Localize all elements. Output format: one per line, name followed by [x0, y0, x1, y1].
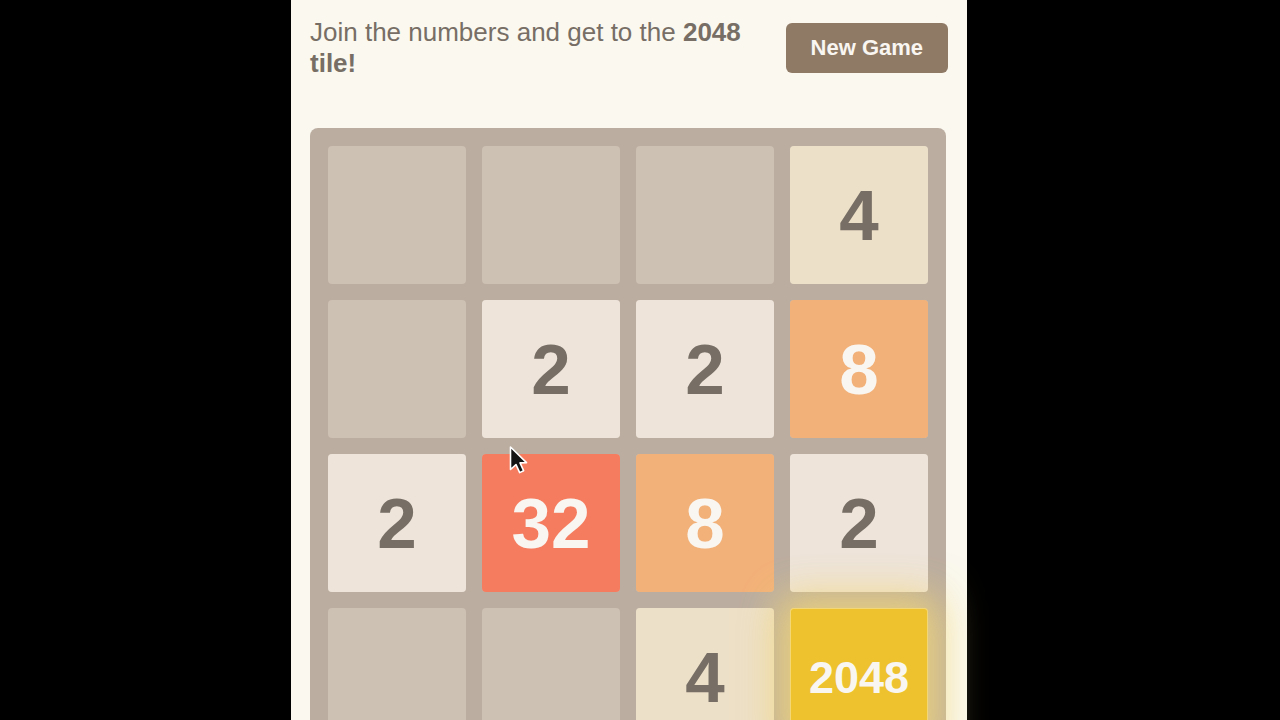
tile-8: 8	[636, 454, 774, 592]
tile-32: 32	[482, 454, 620, 592]
board-cell: 8	[790, 300, 928, 438]
board-cell: 2	[636, 300, 774, 438]
game-board: 42282328242048	[310, 128, 946, 720]
tile-2: 2	[328, 454, 466, 592]
mouse-cursor	[509, 446, 533, 478]
board-cell: 2	[482, 300, 620, 438]
board-cell: 2	[790, 454, 928, 592]
board-cell	[328, 300, 466, 438]
board-cell	[482, 608, 620, 720]
board-cell: 2	[328, 454, 466, 592]
tile-4: 4	[790, 146, 928, 284]
tagline: Join the numbers and get to the 2048 til…	[310, 17, 786, 79]
board-cell	[636, 146, 774, 284]
board-cell: 32	[482, 454, 620, 592]
board-cell: 4	[636, 608, 774, 720]
tagline-text: Join the numbers and get to the	[310, 17, 683, 47]
tile-2: 2	[482, 300, 620, 438]
tile-8: 8	[790, 300, 928, 438]
page-header: Join the numbers and get to the 2048 til…	[310, 23, 948, 73]
board-cell: 8	[636, 454, 774, 592]
board-cell	[328, 608, 466, 720]
new-game-button[interactable]: New Game	[786, 23, 948, 73]
video-letterbox-stage: Join the numbers and get to the 2048 til…	[0, 0, 1280, 720]
tile-2048: 2048	[790, 608, 928, 720]
board-cell: 4	[790, 146, 928, 284]
tile-4: 4	[636, 608, 774, 720]
game-page: Join the numbers and get to the 2048 til…	[291, 0, 967, 720]
board-cell	[328, 146, 466, 284]
board-cell: 2048	[790, 608, 928, 720]
tile-2: 2	[636, 300, 774, 438]
board-cell	[482, 146, 620, 284]
tile-2: 2	[790, 454, 928, 592]
